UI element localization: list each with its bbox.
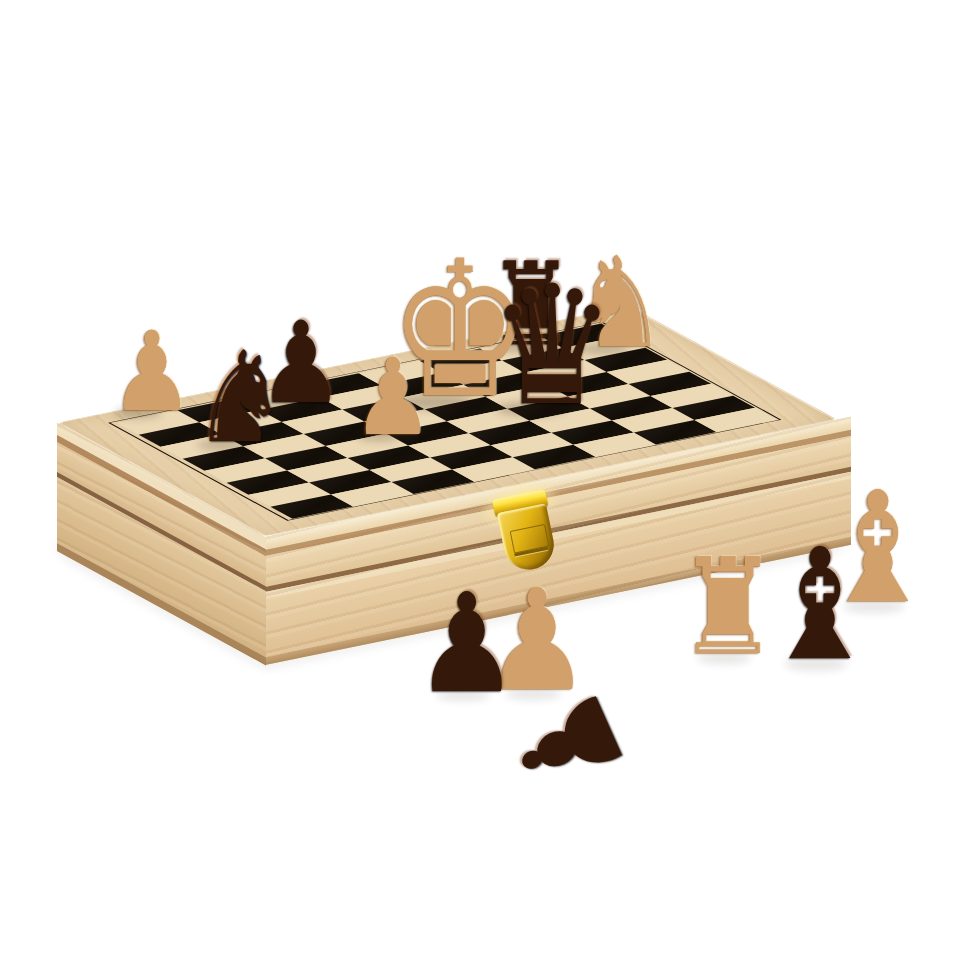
piece-black-pawn-standing[interactable]: ♟ [415, 575, 519, 712]
piece-white-pawn-d5[interactable]: ♟ [353, 345, 434, 451]
piece-black-queen-f5[interactable]: ♛ [489, 264, 615, 429]
product-photo-scene: ♟♜♟♞♞♚♟♛♟♟♟♜♝♝ [0, 0, 970, 970]
piece-black-bishop-standing[interactable]: ♝ [761, 528, 878, 682]
piece-white-pawn-a8[interactable]: ♟ [110, 317, 194, 427]
piece-black-knight-b6[interactable]: ♞ [192, 335, 288, 461]
